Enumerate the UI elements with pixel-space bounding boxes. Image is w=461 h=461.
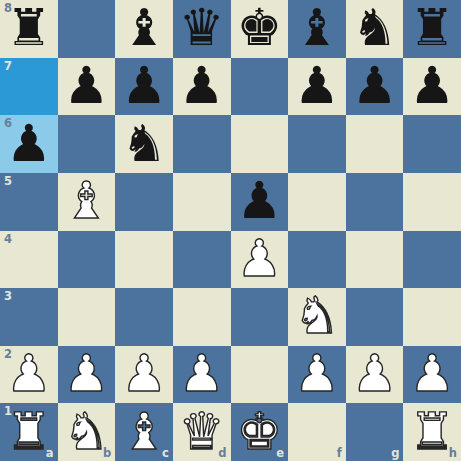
black-pawn-b7[interactable]: ♟ bbox=[64, 58, 110, 114]
white-pawn-f2[interactable]: ♟ bbox=[294, 346, 340, 402]
white-bishop-b5[interactable]: ♝ bbox=[64, 173, 110, 229]
chess-board: 8♜♝♛♚♝♞♜7♟♟♟♟♟♟6♟♞5♝♟4♟3♞2♟♟♟♟♟♟♟1a♜b♞c♝… bbox=[0, 0, 461, 461]
black-king-e8[interactable]: ♚ bbox=[236, 0, 282, 56]
square-d4[interactable] bbox=[173, 231, 231, 289]
black-rook-h8[interactable]: ♜ bbox=[409, 0, 455, 56]
white-rook-h1[interactable]: ♜ bbox=[409, 403, 455, 459]
black-pawn-g7[interactable]: ♟ bbox=[352, 58, 398, 114]
square-b7[interactable]: ♟ bbox=[58, 58, 116, 116]
white-rook-a1[interactable]: ♜ bbox=[6, 403, 52, 459]
white-pawn-g2[interactable]: ♟ bbox=[352, 346, 398, 402]
white-pawn-e4[interactable]: ♟ bbox=[236, 231, 282, 287]
square-c7[interactable]: ♟ bbox=[115, 58, 173, 116]
square-f7[interactable]: ♟ bbox=[288, 58, 346, 116]
square-f8[interactable]: ♝ bbox=[288, 0, 346, 58]
black-pawn-e5[interactable]: ♟ bbox=[236, 173, 282, 229]
white-pawn-b2[interactable]: ♟ bbox=[64, 346, 110, 402]
square-d7[interactable]: ♟ bbox=[173, 58, 231, 116]
white-knight-f3[interactable]: ♞ bbox=[294, 288, 340, 344]
white-queen-d1[interactable]: ♛ bbox=[179, 403, 225, 459]
black-pawn-f7[interactable]: ♟ bbox=[294, 58, 340, 114]
black-rook-a8[interactable]: ♜ bbox=[6, 0, 52, 56]
square-e8[interactable]: ♚ bbox=[231, 0, 289, 58]
black-pawn-h7[interactable]: ♟ bbox=[409, 58, 455, 114]
square-d5[interactable] bbox=[173, 173, 231, 231]
file-label-g: g bbox=[391, 448, 399, 460]
black-queen-d8[interactable]: ♛ bbox=[179, 0, 225, 56]
square-e1[interactable]: e♚ bbox=[231, 403, 289, 461]
square-h4[interactable] bbox=[403, 231, 461, 289]
square-g6[interactable] bbox=[346, 115, 404, 173]
black-bishop-f8[interactable]: ♝ bbox=[294, 0, 340, 56]
square-b1[interactable]: b♞ bbox=[58, 403, 116, 461]
rank-label-3: 3 bbox=[4, 291, 12, 303]
black-knight-g8[interactable]: ♞ bbox=[352, 0, 398, 56]
square-g2[interactable]: ♟ bbox=[346, 346, 404, 404]
square-g8[interactable]: ♞ bbox=[346, 0, 404, 58]
square-a8[interactable]: 8♜ bbox=[0, 0, 58, 58]
square-a7[interactable]: 7 bbox=[0, 58, 58, 116]
square-d2[interactable]: ♟ bbox=[173, 346, 231, 404]
square-f5[interactable] bbox=[288, 173, 346, 231]
white-bishop-c1[interactable]: ♝ bbox=[121, 403, 167, 459]
square-h1[interactable]: h♜ bbox=[403, 403, 461, 461]
square-a6[interactable]: 6♟ bbox=[0, 115, 58, 173]
square-f4[interactable] bbox=[288, 231, 346, 289]
white-knight-b1[interactable]: ♞ bbox=[64, 403, 110, 459]
square-c6[interactable]: ♞ bbox=[115, 115, 173, 173]
square-c2[interactable]: ♟ bbox=[115, 346, 173, 404]
chess-board-container: 8♜♝♛♚♝♞♜7♟♟♟♟♟♟6♟♞5♝♟4♟3♞2♟♟♟♟♟♟♟1a♜b♞c♝… bbox=[0, 0, 461, 461]
black-pawn-a6[interactable]: ♟ bbox=[6, 115, 52, 171]
black-bishop-c8[interactable]: ♝ bbox=[121, 0, 167, 56]
square-e5[interactable]: ♟ bbox=[231, 173, 289, 231]
square-c3[interactable] bbox=[115, 288, 173, 346]
square-f2[interactable]: ♟ bbox=[288, 346, 346, 404]
square-h2[interactable]: ♟ bbox=[403, 346, 461, 404]
square-b6[interactable] bbox=[58, 115, 116, 173]
square-h5[interactable] bbox=[403, 173, 461, 231]
square-c1[interactable]: c♝ bbox=[115, 403, 173, 461]
square-c5[interactable] bbox=[115, 173, 173, 231]
square-g4[interactable] bbox=[346, 231, 404, 289]
square-b8[interactable] bbox=[58, 0, 116, 58]
square-f3[interactable]: ♞ bbox=[288, 288, 346, 346]
black-knight-c6[interactable]: ♞ bbox=[121, 115, 167, 171]
square-f1[interactable]: f bbox=[288, 403, 346, 461]
square-a4[interactable]: 4 bbox=[0, 231, 58, 289]
square-h3[interactable] bbox=[403, 288, 461, 346]
square-a2[interactable]: 2♟ bbox=[0, 346, 58, 404]
black-pawn-c7[interactable]: ♟ bbox=[121, 58, 167, 114]
file-label-f: f bbox=[337, 448, 342, 460]
square-g1[interactable]: g bbox=[346, 403, 404, 461]
square-e4[interactable]: ♟ bbox=[231, 231, 289, 289]
square-d3[interactable] bbox=[173, 288, 231, 346]
square-h7[interactable]: ♟ bbox=[403, 58, 461, 116]
square-g5[interactable] bbox=[346, 173, 404, 231]
square-b2[interactable]: ♟ bbox=[58, 346, 116, 404]
white-pawn-d2[interactable]: ♟ bbox=[179, 346, 225, 402]
rank-label-7: 7 bbox=[4, 61, 12, 73]
white-pawn-a2[interactable]: ♟ bbox=[6, 346, 52, 402]
rank-label-4: 4 bbox=[4, 234, 12, 246]
square-a3[interactable]: 3 bbox=[0, 288, 58, 346]
square-h6[interactable] bbox=[403, 115, 461, 173]
square-c8[interactable]: ♝ bbox=[115, 0, 173, 58]
black-pawn-d7[interactable]: ♟ bbox=[179, 58, 225, 114]
square-h8[interactable]: ♜ bbox=[403, 0, 461, 58]
square-c4[interactable] bbox=[115, 231, 173, 289]
white-king-e1[interactable]: ♚ bbox=[236, 403, 282, 459]
square-a1[interactable]: 1a♜ bbox=[0, 403, 58, 461]
square-b5[interactable]: ♝ bbox=[58, 173, 116, 231]
white-pawn-h2[interactable]: ♟ bbox=[409, 346, 455, 402]
square-d6[interactable] bbox=[173, 115, 231, 173]
square-d8[interactable]: ♛ bbox=[173, 0, 231, 58]
square-e3[interactable] bbox=[231, 288, 289, 346]
square-e7[interactable] bbox=[231, 58, 289, 116]
white-pawn-c2[interactable]: ♟ bbox=[121, 346, 167, 402]
square-g7[interactable]: ♟ bbox=[346, 58, 404, 116]
square-b3[interactable] bbox=[58, 288, 116, 346]
square-a5[interactable]: 5 bbox=[0, 173, 58, 231]
square-e6[interactable] bbox=[231, 115, 289, 173]
square-g3[interactable] bbox=[346, 288, 404, 346]
square-e2[interactable] bbox=[231, 346, 289, 404]
rank-label-5: 5 bbox=[4, 176, 12, 188]
square-f6[interactable] bbox=[288, 115, 346, 173]
square-d1[interactable]: d♛ bbox=[173, 403, 231, 461]
square-b4[interactable] bbox=[58, 231, 116, 289]
